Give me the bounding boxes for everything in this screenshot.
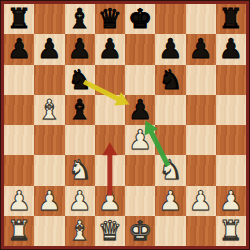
square-b1[interactable] bbox=[34, 216, 64, 246]
black-queen[interactable]: ♛ bbox=[95, 4, 125, 34]
square-d6[interactable] bbox=[95, 65, 125, 95]
white-pawn[interactable]: ♟ bbox=[186, 186, 216, 216]
black-knight[interactable]: ♞ bbox=[155, 65, 185, 95]
chess-board: ♜♝♛♚♜♟♟♟♟♟♟♟♞♞♝♝♟♟♞♞♟♟♟♟♟♟♟♜♝♛♚♜ bbox=[4, 4, 246, 246]
square-f6[interactable]: ♞ bbox=[155, 65, 185, 95]
square-e1[interactable]: ♚ bbox=[125, 216, 155, 246]
square-b8[interactable] bbox=[34, 4, 64, 34]
black-bishop[interactable]: ♝ bbox=[65, 4, 95, 34]
square-e5[interactable]: ♟ bbox=[125, 95, 155, 125]
square-h6[interactable] bbox=[216, 65, 246, 95]
square-e6[interactable] bbox=[125, 65, 155, 95]
white-pawn[interactable]: ♟ bbox=[155, 186, 185, 216]
square-c4[interactable] bbox=[65, 125, 95, 155]
square-d5[interactable] bbox=[95, 95, 125, 125]
white-king[interactable]: ♚ bbox=[125, 216, 155, 246]
square-a5[interactable] bbox=[4, 95, 34, 125]
square-a8[interactable]: ♜ bbox=[4, 4, 34, 34]
square-g3[interactable] bbox=[186, 155, 216, 185]
square-d8[interactable]: ♛ bbox=[95, 4, 125, 34]
square-h1[interactable]: ♜ bbox=[216, 216, 246, 246]
square-a2[interactable]: ♟ bbox=[4, 186, 34, 216]
square-g6[interactable] bbox=[186, 65, 216, 95]
square-e8[interactable]: ♚ bbox=[125, 4, 155, 34]
black-pawn[interactable]: ♟ bbox=[155, 34, 185, 64]
square-b7[interactable]: ♟ bbox=[34, 34, 64, 64]
square-f8[interactable] bbox=[155, 4, 185, 34]
white-queen[interactable]: ♛ bbox=[95, 216, 125, 246]
black-knight[interactable]: ♞ bbox=[65, 65, 95, 95]
square-c3[interactable]: ♞ bbox=[65, 155, 95, 185]
black-pawn[interactable]: ♟ bbox=[95, 34, 125, 64]
square-a4[interactable] bbox=[4, 125, 34, 155]
square-g4[interactable] bbox=[186, 125, 216, 155]
square-a7[interactable]: ♟ bbox=[4, 34, 34, 64]
white-pawn[interactable]: ♟ bbox=[4, 186, 34, 216]
square-d3[interactable] bbox=[95, 155, 125, 185]
square-c2[interactable]: ♟ bbox=[65, 186, 95, 216]
black-rook[interactable]: ♜ bbox=[216, 4, 246, 34]
black-pawn[interactable]: ♟ bbox=[34, 34, 64, 64]
square-a3[interactable] bbox=[4, 155, 34, 185]
white-pawn[interactable]: ♟ bbox=[125, 125, 155, 155]
square-b4[interactable] bbox=[34, 125, 64, 155]
white-bishop[interactable]: ♝ bbox=[34, 95, 64, 125]
square-c7[interactable]: ♟ bbox=[65, 34, 95, 64]
square-e4[interactable]: ♟ bbox=[125, 125, 155, 155]
square-a1[interactable]: ♜ bbox=[4, 216, 34, 246]
square-f5[interactable] bbox=[155, 95, 185, 125]
black-rook[interactable]: ♜ bbox=[4, 4, 34, 34]
black-pawn[interactable]: ♟ bbox=[216, 34, 246, 64]
square-h3[interactable] bbox=[216, 155, 246, 185]
square-c5[interactable]: ♝ bbox=[65, 95, 95, 125]
square-f1[interactable] bbox=[155, 216, 185, 246]
white-bishop[interactable]: ♝ bbox=[65, 216, 95, 246]
square-b5[interactable]: ♝ bbox=[34, 95, 64, 125]
black-pawn[interactable]: ♟ bbox=[4, 34, 34, 64]
white-pawn[interactable]: ♟ bbox=[65, 186, 95, 216]
square-g2[interactable]: ♟ bbox=[186, 186, 216, 216]
white-pawn[interactable]: ♟ bbox=[34, 186, 64, 216]
square-f2[interactable]: ♟ bbox=[155, 186, 185, 216]
square-g5[interactable] bbox=[186, 95, 216, 125]
square-d4[interactable] bbox=[95, 125, 125, 155]
square-e2[interactable] bbox=[125, 186, 155, 216]
square-f4[interactable] bbox=[155, 125, 185, 155]
white-rook[interactable]: ♜ bbox=[216, 216, 246, 246]
square-b3[interactable] bbox=[34, 155, 64, 185]
square-c6[interactable]: ♞ bbox=[65, 65, 95, 95]
square-g1[interactable] bbox=[186, 216, 216, 246]
square-g7[interactable]: ♟ bbox=[186, 34, 216, 64]
black-pawn[interactable]: ♟ bbox=[125, 95, 155, 125]
square-b6[interactable] bbox=[34, 65, 64, 95]
black-pawn[interactable]: ♟ bbox=[65, 34, 95, 64]
square-f3[interactable]: ♞ bbox=[155, 155, 185, 185]
black-king[interactable]: ♚ bbox=[125, 4, 155, 34]
square-h8[interactable]: ♜ bbox=[216, 4, 246, 34]
chess-board-frame: ♜♝♛♚♜♟♟♟♟♟♟♟♞♞♝♝♟♟♞♞♟♟♟♟♟♟♟♜♝♛♚♜ bbox=[0, 0, 250, 250]
white-knight[interactable]: ♞ bbox=[155, 155, 185, 185]
white-pawn[interactable]: ♟ bbox=[216, 186, 246, 216]
square-e3[interactable] bbox=[125, 155, 155, 185]
square-d7[interactable]: ♟ bbox=[95, 34, 125, 64]
square-a6[interactable] bbox=[4, 65, 34, 95]
square-d2[interactable]: ♟ bbox=[95, 186, 125, 216]
black-bishop[interactable]: ♝ bbox=[65, 95, 95, 125]
square-b2[interactable]: ♟ bbox=[34, 186, 64, 216]
white-pawn[interactable]: ♟ bbox=[95, 186, 125, 216]
square-h5[interactable] bbox=[216, 95, 246, 125]
square-c8[interactable]: ♝ bbox=[65, 4, 95, 34]
square-e7[interactable] bbox=[125, 34, 155, 64]
square-h7[interactable]: ♟ bbox=[216, 34, 246, 64]
black-pawn[interactable]: ♟ bbox=[186, 34, 216, 64]
white-rook[interactable]: ♜ bbox=[4, 216, 34, 246]
square-c1[interactable]: ♝ bbox=[65, 216, 95, 246]
square-d1[interactable]: ♛ bbox=[95, 216, 125, 246]
white-knight[interactable]: ♞ bbox=[65, 155, 95, 185]
square-g8[interactable] bbox=[186, 4, 216, 34]
square-h4[interactable] bbox=[216, 125, 246, 155]
square-f7[interactable]: ♟ bbox=[155, 34, 185, 64]
square-h2[interactable]: ♟ bbox=[216, 186, 246, 216]
